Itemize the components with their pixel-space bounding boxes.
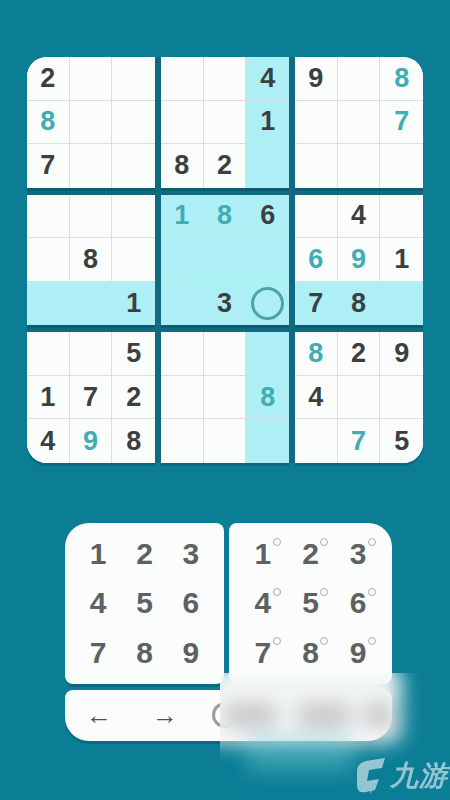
cell-r5c9[interactable]: 1: [380, 238, 423, 282]
cell-r8c2[interactable]: 7: [70, 376, 113, 420]
cell-r5c6[interactable]: [246, 238, 289, 282]
cell-r6c6[interactable]: [246, 282, 289, 326]
cell-r9c4[interactable]: [161, 419, 204, 463]
note-digit-6-button[interactable]: 6: [334, 579, 382, 629]
numpad-digits: 123456789: [65, 523, 224, 684]
blurred-glow: [245, 736, 355, 772]
cell-r8c3[interactable]: 2: [112, 376, 155, 420]
cell-r6c8[interactable]: 8: [338, 282, 381, 326]
note-digit-4-button[interactable]: 4: [239, 579, 287, 629]
cell-r8c6[interactable]: 8: [246, 376, 289, 420]
cell-r7c4[interactable]: [161, 332, 204, 376]
digit-3-button[interactable]: 3: [168, 529, 214, 579]
cell-r8c4[interactable]: [161, 376, 204, 420]
cell-r6c5[interactable]: 3: [204, 282, 247, 326]
box-r3c2: 8: [161, 332, 289, 463]
note-ring-icon: [368, 538, 376, 546]
note-digit-8-button[interactable]: 8: [287, 628, 335, 678]
box-r1c3: 987: [295, 57, 423, 188]
note-ring-icon: [320, 588, 328, 596]
cell-r3c7[interactable]: [295, 144, 338, 188]
cell-r2c4[interactable]: [161, 101, 204, 145]
cell-r9c7[interactable]: [295, 419, 338, 463]
digit-1-button[interactable]: 1: [75, 529, 121, 579]
cell-r7c7[interactable]: 8: [295, 332, 338, 376]
cell-r2c9[interactable]: 7: [380, 101, 423, 145]
note-digit-1-button[interactable]: 1: [239, 529, 287, 579]
cell-r7c2[interactable]: [70, 332, 113, 376]
cell-r3c6[interactable]: [246, 144, 289, 188]
cell-r9c2[interactable]: 9: [70, 419, 113, 463]
note-ring-icon: [273, 588, 281, 596]
cell-r6c4[interactable]: [161, 282, 204, 326]
cell-r1c2[interactable]: [70, 57, 113, 101]
note-digit-5-button[interactable]: 5: [287, 579, 335, 629]
cell-r9c6[interactable]: [246, 419, 289, 463]
cell-r2c6[interactable]: 1: [246, 101, 289, 145]
cell-r7c6[interactable]: [246, 332, 289, 376]
cell-r6c2[interactable]: [70, 282, 113, 326]
cell-r3c2[interactable]: [70, 144, 113, 188]
cell-r3c3[interactable]: [112, 144, 155, 188]
box-r2c1: 81: [27, 195, 155, 326]
numpad-notes: 123456789: [229, 523, 392, 684]
cell-r1c1[interactable]: 2: [27, 57, 70, 101]
cell-r5c1[interactable]: [27, 238, 70, 282]
cell-r2c2[interactable]: [70, 101, 113, 145]
note-digit-7-button[interactable]: 7: [239, 628, 287, 678]
cell-r7c8[interactable]: 2: [338, 332, 381, 376]
cell-r1c6[interactable]: 4: [246, 57, 289, 101]
sudoku-board: 287418298781186346917851724988829475: [27, 57, 423, 463]
prev-button[interactable]: ←: [71, 690, 127, 741]
digit-5-button[interactable]: 5: [121, 579, 167, 629]
cell-r6c7[interactable]: 7: [295, 282, 338, 326]
cell-r6c3[interactable]: 1: [112, 282, 155, 326]
cell-r7c9[interactable]: 9: [380, 332, 423, 376]
cell-r9c9[interactable]: 5: [380, 419, 423, 463]
cell-r4c5[interactable]: 8: [204, 195, 247, 239]
cell-r1c3[interactable]: [112, 57, 155, 101]
box-r2c3: 469178: [295, 195, 423, 326]
cell-r8c5[interactable]: [204, 376, 247, 420]
cell-r5c4[interactable]: [161, 238, 204, 282]
cell-r9c1[interactable]: 4: [27, 419, 70, 463]
cell-r7c1[interactable]: [27, 332, 70, 376]
cell-r6c9[interactable]: [380, 282, 423, 326]
cell-r3c9[interactable]: [380, 144, 423, 188]
note-digit-2-button[interactable]: 2: [287, 529, 335, 579]
cell-r1c4[interactable]: [161, 57, 204, 101]
cell-r9c3[interactable]: 8: [112, 419, 155, 463]
box-r1c2: 4182: [161, 57, 289, 188]
cell-r5c5[interactable]: [204, 238, 247, 282]
cell-r5c3[interactable]: [112, 238, 155, 282]
cell-r4c2[interactable]: [70, 195, 113, 239]
undo-icon[interactable]: [212, 702, 238, 728]
watermark-jiuyou: 九游: [356, 758, 448, 794]
cell-r4c1[interactable]: [27, 195, 70, 239]
box-r1c1: 287: [27, 57, 155, 188]
cell-r4c8[interactable]: 4: [338, 195, 381, 239]
note-ring-icon: [273, 538, 281, 546]
cell-r1c9[interactable]: 8: [380, 57, 423, 101]
digit-7-button[interactable]: 7: [75, 628, 121, 678]
cell-r4c3[interactable]: [112, 195, 155, 239]
cell-r5c7[interactable]: 6: [295, 238, 338, 282]
cell-r7c5[interactable]: [204, 332, 247, 376]
cell-r8c1[interactable]: 1: [27, 376, 70, 420]
note-ring-icon: [368, 588, 376, 596]
cell-r7c3[interactable]: 5: [112, 332, 155, 376]
cell-r9c5[interactable]: [204, 419, 247, 463]
cell-r4c6[interactable]: 6: [246, 195, 289, 239]
jiuyou-logo-icon: [356, 758, 386, 794]
note-ring-icon: [320, 538, 328, 546]
cell-r8c7[interactable]: 4: [295, 376, 338, 420]
cell-r2c1[interactable]: 8: [27, 101, 70, 145]
watermark-text: 九游: [390, 762, 448, 790]
cell-r2c8[interactable]: [338, 101, 381, 145]
digit-4-button[interactable]: 4: [75, 579, 121, 629]
box-r3c1: 5172498: [27, 332, 155, 463]
note-digit-9-button[interactable]: 9: [334, 628, 382, 678]
cell-r3c5[interactable]: 2: [204, 144, 247, 188]
cell-r6c1[interactable]: [27, 282, 70, 326]
cell-r3c4[interactable]: 8: [161, 144, 204, 188]
cell-r1c7[interactable]: 9: [295, 57, 338, 101]
box-r2c2: 1863: [161, 195, 289, 326]
cell-r2c5[interactable]: [204, 101, 247, 145]
digit-6-button[interactable]: 6: [168, 579, 214, 629]
cell-r3c1[interactable]: 7: [27, 144, 70, 188]
cell-r2c7[interactable]: [295, 101, 338, 145]
cell-r5c8[interactable]: 9: [338, 238, 381, 282]
note-ring-icon: [368, 637, 376, 645]
digit-9-button[interactable]: 9: [168, 628, 214, 678]
note-ring-icon: [320, 637, 328, 645]
cell-r3c8[interactable]: [338, 144, 381, 188]
digit-8-button[interactable]: 8: [121, 628, 167, 678]
next-button[interactable]: →: [137, 690, 193, 741]
note-digit-3-button[interactable]: 3: [334, 529, 382, 579]
cell-r4c4[interactable]: 1: [161, 195, 204, 239]
note-ring-icon: [273, 637, 281, 645]
cell-r2c3[interactable]: [112, 101, 155, 145]
cell-r9c8[interactable]: 7: [338, 419, 381, 463]
control-strip: ← →: [65, 690, 392, 741]
cell-r8c8[interactable]: [338, 376, 381, 420]
digit-2-button[interactable]: 2: [121, 529, 167, 579]
cell-r1c8[interactable]: [338, 57, 381, 101]
cell-r5c2[interactable]: 8: [70, 238, 113, 282]
box-r3c3: 829475: [295, 332, 423, 463]
cell-r8c9[interactable]: [380, 376, 423, 420]
cell-r1c5[interactable]: [204, 57, 247, 101]
selection-ring-icon: [251, 287, 284, 320]
cell-r4c7[interactable]: [295, 195, 338, 239]
app-screen: 287418298781186346917851724988829475 123…: [0, 0, 450, 800]
cell-r4c9[interactable]: [380, 195, 423, 239]
